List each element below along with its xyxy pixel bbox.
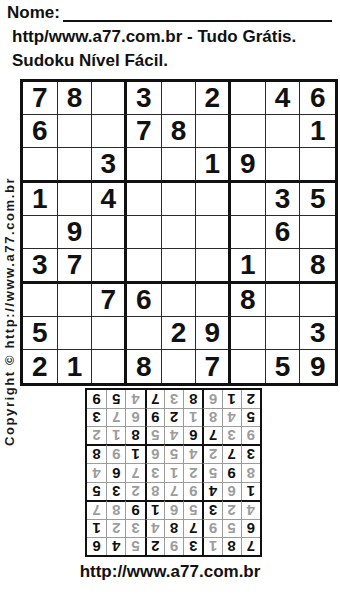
cell-r3c1: 4 [241,500,260,519]
cell-r6c2: 7 [58,249,93,284]
cell-r1c6: 2 [145,537,164,555]
cell-r4c2: 6 [222,482,241,500]
cell-r7c9: 2 [87,426,106,444]
cell-r1c5 [162,82,197,115]
cell-r1c2: 8 [222,537,241,555]
cell-r9c8: 5 [106,390,125,408]
cell-r5c5: 1 [164,463,183,481]
cell-r3c4 [127,148,162,183]
cell-r8c2 [58,317,93,350]
cell-r5c3: 5 [202,463,221,481]
cell-r1c7: 5 [125,537,144,555]
cell-r4c1: 1 [241,482,260,500]
cell-r4c8: 3 [266,183,301,216]
cell-r7c5 [162,284,197,317]
cell-r5c6: 3 [145,463,164,481]
cell-r7c3: 7 [202,426,221,444]
cell-r4c7 [231,183,266,216]
cell-r6c6 [196,249,231,284]
cell-r7c4: 6 [183,426,202,444]
cell-r4c5 [162,183,197,216]
cell-r2c2 [58,115,93,148]
cell-r9c2: 1 [58,350,93,383]
cell-r6c3: 2 [202,444,221,463]
cell-r6c5: 5 [164,444,183,463]
cell-r1c8: 4 [266,82,301,115]
cell-r4c7: 2 [125,482,144,500]
cell-r2c4: 7 [127,115,162,148]
cell-r8c6: 9 [196,317,231,350]
cell-r7c7: 8 [231,284,266,317]
cell-r3c8 [266,148,301,183]
cell-r2c1: 6 [241,519,260,537]
name-label: Nome: [7,3,60,22]
cell-r2c9: 1 [87,519,106,537]
cell-r1c8: 4 [106,537,125,555]
cell-r1c2: 8 [58,82,93,115]
cell-r9c8: 5 [266,350,301,383]
cell-r9c3: 6 [202,390,221,408]
cell-r9c4: 8 [183,390,202,408]
cell-r4c4: 9 [183,482,202,500]
cell-r5c2: 9 [58,216,93,249]
cell-r9c1: 2 [241,390,260,408]
cell-r5c1 [23,216,58,249]
cell-r3c3: 3 [92,148,127,183]
cell-r8c7 [231,317,266,350]
cell-r2c2: 5 [222,519,241,537]
cell-r5c4: 2 [183,463,202,481]
cell-r5c2: 9 [222,463,241,481]
cell-r1c1: 7 [241,537,260,555]
cell-r7c6: 5 [145,426,164,444]
cell-r4c8: 3 [106,482,125,500]
cell-r4c1: 1 [23,183,58,216]
cell-r9c9: 9 [300,350,335,383]
cell-r3c8: 8 [106,500,125,519]
cell-r2c3 [92,115,127,148]
cell-r4c3: 4 [202,482,221,500]
cell-r9c5 [162,350,197,383]
header: Nome: http/www.a77.com.br - Tudo Grátis.… [0,0,340,71]
cell-r3c3: 3 [202,500,221,519]
name-blank-line [63,3,332,22]
cell-r1c9: 6 [87,537,106,555]
copyright-vertical-text: Copyright © http://www.a77.com.br [2,177,17,446]
cell-r2c6: 4 [145,519,164,537]
cell-r4c4 [127,183,162,216]
cell-r8c2: 4 [222,408,241,426]
cell-r4c6 [196,183,231,216]
cell-r5c8: 6 [106,463,125,481]
cell-r3c1 [23,148,58,183]
cell-r1c7 [231,82,266,115]
cell-r7c8 [266,284,301,317]
cell-r6c9: 8 [87,444,106,463]
site-title: http/www.a77.com.br - Tudo Grátis. [12,27,340,47]
cell-r5c6 [196,216,231,249]
cell-r4c9: 5 [87,482,106,500]
answer-grid-rotated: 7813925466597843214235619871649782358952… [85,388,262,557]
cell-r3c5 [162,148,197,183]
cell-r3c7: 9 [231,148,266,183]
cell-r9c3 [92,350,127,383]
cell-r8c9: 3 [300,317,335,350]
cell-r3c4: 5 [183,500,202,519]
cell-r4c6: 8 [145,482,164,500]
cell-r8c8: 7 [106,408,125,426]
cell-r8c4: 1 [183,408,202,426]
cell-r6c1: 3 [23,249,58,284]
cell-r8c8 [266,317,301,350]
cell-r2c8: 2 [106,519,125,537]
cell-r7c3: 7 [92,284,127,317]
cell-r5c8: 6 [266,216,301,249]
cell-r8c1: 5 [23,317,58,350]
cell-r7c1: 9 [241,426,260,444]
cell-r2c3: 9 [202,519,221,537]
cell-r7c2: 3 [222,426,241,444]
cell-r5c4 [127,216,162,249]
cell-r6c5 [162,249,197,284]
cell-r2c4: 7 [183,519,202,537]
cell-r6c8: 9 [106,444,125,463]
cell-r1c6: 2 [196,82,231,115]
cell-r2c9: 1 [300,115,335,148]
cell-r3c9 [300,148,335,183]
cell-r2c5: 8 [164,519,183,537]
cell-r5c3 [92,216,127,249]
cell-r8c7: 6 [125,408,144,426]
cell-r3c5: 6 [164,500,183,519]
cell-r1c5: 9 [164,537,183,555]
cell-r6c1: 3 [241,444,260,463]
cell-r9c6: 7 [196,350,231,383]
cell-r8c5: 2 [162,317,197,350]
cell-r9c4: 8 [127,350,162,383]
cell-r2c5: 8 [162,115,197,148]
cell-r9c1: 2 [23,350,58,383]
cell-r4c3: 4 [92,183,127,216]
cell-r3c9: 7 [87,500,106,519]
cell-r1c1: 7 [23,82,58,115]
cell-r6c7: 1 [125,444,144,463]
cell-r4c5: 7 [164,482,183,500]
cell-r9c6: 7 [145,390,164,408]
cell-r3c2: 2 [222,500,241,519]
cell-r9c7: 4 [125,390,144,408]
cell-r1c9: 6 [300,82,335,115]
cell-r5c7: 7 [125,463,144,481]
cell-r8c5: 2 [164,408,183,426]
puzzle-level-title: Sudoku Nível Fácil. [12,51,340,71]
cell-r2c7: 3 [125,519,144,537]
footer-url: http://www.a77.com.br [0,562,340,582]
cell-r7c4: 6 [127,284,162,317]
cell-r2c1: 6 [23,115,58,148]
cell-r5c5 [162,216,197,249]
cell-r6c2: 7 [222,444,241,463]
cell-r3c7: 9 [125,500,144,519]
cell-r3c2 [58,148,93,183]
cell-r6c6: 6 [145,444,164,463]
cell-r6c4 [127,249,162,284]
cell-r6c3 [92,249,127,284]
cell-r2c6 [196,115,231,148]
cell-r2c7 [231,115,266,148]
cell-r5c7 [231,216,266,249]
cell-r8c9: 3 [87,408,106,426]
cell-r7c8: 1 [106,426,125,444]
cell-r5c9: 4 [87,463,106,481]
cell-r2c8 [266,115,301,148]
cell-r4c2 [58,183,93,216]
cell-r7c6 [196,284,231,317]
cell-r8c6: 9 [145,408,164,426]
sudoku-sheet: Nome: http/www.a77.com.br - Tudo Grátis.… [0,0,340,596]
cell-r7c1 [23,284,58,317]
cell-r7c2 [58,284,93,317]
cell-r7c7: 8 [125,426,144,444]
cell-r1c3: 1 [202,537,221,555]
cell-r6c8 [266,249,301,284]
cell-r5c9 [300,216,335,249]
cell-r5c1: 8 [241,463,260,481]
cell-r4c9: 5 [300,183,335,216]
cell-r1c4: 3 [127,82,162,115]
cell-r8c4 [127,317,162,350]
cell-r7c9 [300,284,335,317]
cell-r1c3 [92,82,127,115]
cell-r6c9: 8 [300,249,335,284]
cell-r1c4: 3 [183,537,202,555]
cell-r6c4: 4 [183,444,202,463]
cell-r9c2: 1 [222,390,241,408]
cell-r9c7 [231,350,266,383]
cell-r6c7: 1 [231,249,266,284]
cell-r3c6: 1 [145,500,164,519]
cell-r8c3: 8 [202,408,221,426]
puzzle-grid: 783246678131914359637187685293218759 [20,79,338,386]
cell-r8c3 [92,317,127,350]
cell-r9c5: 3 [164,390,183,408]
cell-r7c5: 4 [164,426,183,444]
cell-r8c1: 5 [241,408,260,426]
cell-r3c6: 1 [196,148,231,183]
cell-r9c9: 9 [87,390,106,408]
